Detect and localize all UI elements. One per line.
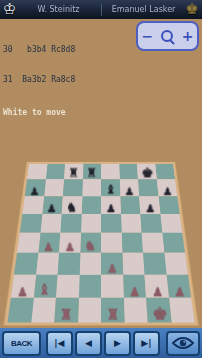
square-e3[interactable]: ♟ — [101, 253, 123, 275]
move-nav-group: |◀◀▶▶| — [46, 331, 160, 356]
square-c5[interactable] — [60, 214, 81, 233]
last-move-button[interactable]: ▶| — [133, 331, 160, 356]
first-move-button[interactable]: |◀ — [46, 331, 73, 356]
bottom-toolbar: BACK |◀◀▶▶| — [0, 328, 202, 358]
white-king-g1[interactable]: ♚ — [152, 306, 167, 323]
white-pawn-b4[interactable]: ♟ — [43, 241, 53, 253]
move-line-1: 30 b3b4 Rc8d8 — [3, 45, 75, 55]
square-c7[interactable] — [63, 179, 83, 196]
square-h4[interactable] — [162, 233, 185, 253]
black-pawn-b6[interactable]: ♟ — [47, 203, 57, 214]
square-c2[interactable] — [56, 274, 79, 297]
square-f1[interactable] — [124, 298, 148, 323]
square-f3[interactable] — [122, 253, 144, 275]
zoom-in-button[interactable]: + — [182, 29, 194, 43]
square-f8[interactable] — [119, 164, 138, 180]
square-e2[interactable] — [101, 274, 124, 297]
next-move-button[interactable]: ▶ — [104, 331, 131, 356]
white-pawn-h2[interactable]: ♟ — [174, 285, 185, 297]
square-g1[interactable]: ♚ — [146, 298, 171, 323]
back-button[interactable]: BACK — [2, 331, 41, 356]
white-king-icon: ♔ — [3, 0, 16, 19]
square-c3[interactable] — [58, 253, 80, 275]
eye-icon — [172, 336, 194, 350]
black-pawn-g6[interactable]: ♟ — [145, 203, 155, 214]
white-rook-e1[interactable]: ♜ — [106, 308, 119, 323]
square-e5[interactable] — [101, 214, 121, 233]
black-pawn-e6[interactable]: ♟ — [106, 203, 116, 214]
white-pawn-c4[interactable]: ♟ — [64, 241, 74, 253]
black-king-icon: ♚ — [186, 0, 199, 19]
square-e4[interactable] — [101, 233, 122, 253]
black-knight-c6[interactable]: ♞ — [66, 201, 77, 214]
white-rook-c1[interactable]: ♜ — [59, 308, 72, 323]
square-h3[interactable] — [164, 253, 188, 275]
square-a3[interactable] — [14, 253, 38, 275]
turn-status: White to move — [3, 108, 75, 118]
square-g5[interactable] — [140, 214, 162, 233]
square-d1[interactable] — [78, 298, 101, 323]
white-pawn-a2[interactable]: ♟ — [17, 285, 28, 297]
square-a8[interactable] — [27, 164, 47, 180]
white-player-name: W. Steinitz — [16, 5, 100, 14]
square-h1[interactable] — [169, 298, 195, 323]
black-pawn-f7[interactable]: ♟ — [125, 186, 134, 197]
square-d2[interactable] — [78, 274, 101, 297]
square-c1[interactable]: ♜ — [54, 298, 78, 323]
board-grid: ♜♜♚♟♝♟♟♟♞♟♟♟♟♞♟♟♝♟♟♟♜♜♚ — [7, 164, 194, 323]
square-e7[interactable]: ♝ — [101, 179, 120, 196]
magnifier-icon — [160, 29, 175, 44]
square-b3[interactable] — [36, 253, 59, 275]
square-a6[interactable] — [22, 196, 43, 214]
square-e8[interactable] — [101, 164, 119, 180]
square-h8[interactable] — [155, 164, 175, 180]
square-a4[interactable] — [17, 233, 40, 253]
square-d7[interactable] — [82, 179, 101, 196]
square-f4[interactable] — [121, 233, 143, 253]
square-h5[interactable] — [160, 214, 182, 233]
square-b5[interactable] — [40, 214, 62, 233]
previous-move-button[interactable]: ◀ — [75, 331, 102, 356]
square-d4[interactable]: ♞ — [80, 233, 101, 253]
square-g8[interactable]: ♚ — [137, 164, 157, 180]
square-g2[interactable]: ♟ — [144, 274, 168, 297]
white-pawn-f2[interactable]: ♟ — [129, 285, 140, 297]
square-a1[interactable] — [7, 298, 33, 323]
zoom-out-button[interactable]: − — [141, 29, 153, 43]
square-f7[interactable]: ♟ — [119, 179, 139, 196]
square-h6[interactable] — [158, 196, 179, 214]
square-c4[interactable]: ♟ — [59, 233, 81, 253]
square-d6[interactable] — [81, 196, 101, 214]
square-b2[interactable]: ♝ — [33, 274, 57, 297]
square-f5[interactable] — [121, 214, 142, 233]
black-pawn-a7[interactable]: ♟ — [30, 186, 39, 197]
black-player-name: Emanuel Lasker — [102, 5, 186, 14]
black-pawn-h7[interactable]: ♟ — [163, 186, 172, 197]
show-hide-button[interactable] — [166, 331, 200, 356]
black-bishop-e7[interactable]: ♝ — [105, 184, 116, 196]
square-h2[interactable]: ♟ — [166, 274, 191, 297]
square-d5[interactable] — [81, 214, 101, 233]
square-a5[interactable] — [20, 214, 42, 233]
square-e6[interactable]: ♟ — [101, 196, 121, 214]
square-h7[interactable]: ♟ — [156, 179, 177, 196]
square-b7[interactable] — [44, 179, 64, 196]
square-e1[interactable]: ♜ — [101, 298, 124, 323]
square-d3[interactable] — [79, 253, 101, 275]
black-rook-d8[interactable]: ♜ — [86, 168, 97, 180]
square-c6[interactable]: ♞ — [62, 196, 82, 214]
title-bar: ♔ W. Steinitz Emanuel Lasker ♚ — [0, 0, 202, 19]
move-list: 30 b3b4 Rc8d8 31 Ba3b2 Ra8c8 White to mo… — [3, 25, 75, 128]
square-b4[interactable]: ♟ — [38, 233, 60, 253]
white-bishop-b2[interactable]: ♝ — [38, 283, 51, 297]
square-f2[interactable]: ♟ — [123, 274, 146, 297]
white-pawn-e3[interactable]: ♟ — [106, 262, 117, 274]
square-c8[interactable]: ♜ — [64, 164, 83, 180]
black-king-g8[interactable]: ♚ — [141, 166, 153, 179]
square-a2[interactable]: ♟ — [11, 274, 36, 297]
square-b1[interactable] — [31, 298, 56, 323]
square-g7[interactable] — [138, 179, 158, 196]
square-f6[interactable] — [120, 196, 140, 214]
black-rook-c8[interactable]: ♜ — [68, 168, 79, 180]
zoom-control: − + — [136, 21, 199, 51]
square-a7[interactable]: ♟ — [25, 179, 46, 196]
square-d8[interactable]: ♜ — [83, 164, 101, 180]
square-g4[interactable] — [142, 233, 164, 253]
board-frame: ♜♜♚♟♝♟♟♟♞♟♟♟♟♞♟♟♝♟♟♟♜♜♚ — [3, 162, 199, 326]
square-g6[interactable]: ♟ — [139, 196, 160, 214]
square-b6[interactable]: ♟ — [42, 196, 63, 214]
square-g3[interactable] — [143, 253, 166, 275]
square-b8[interactable] — [46, 164, 66, 180]
white-knight-d4[interactable]: ♞ — [84, 239, 96, 252]
move-line-2: 31 Ba3b2 Ra8c8 — [3, 75, 75, 85]
white-pawn-g2[interactable]: ♟ — [152, 285, 163, 297]
